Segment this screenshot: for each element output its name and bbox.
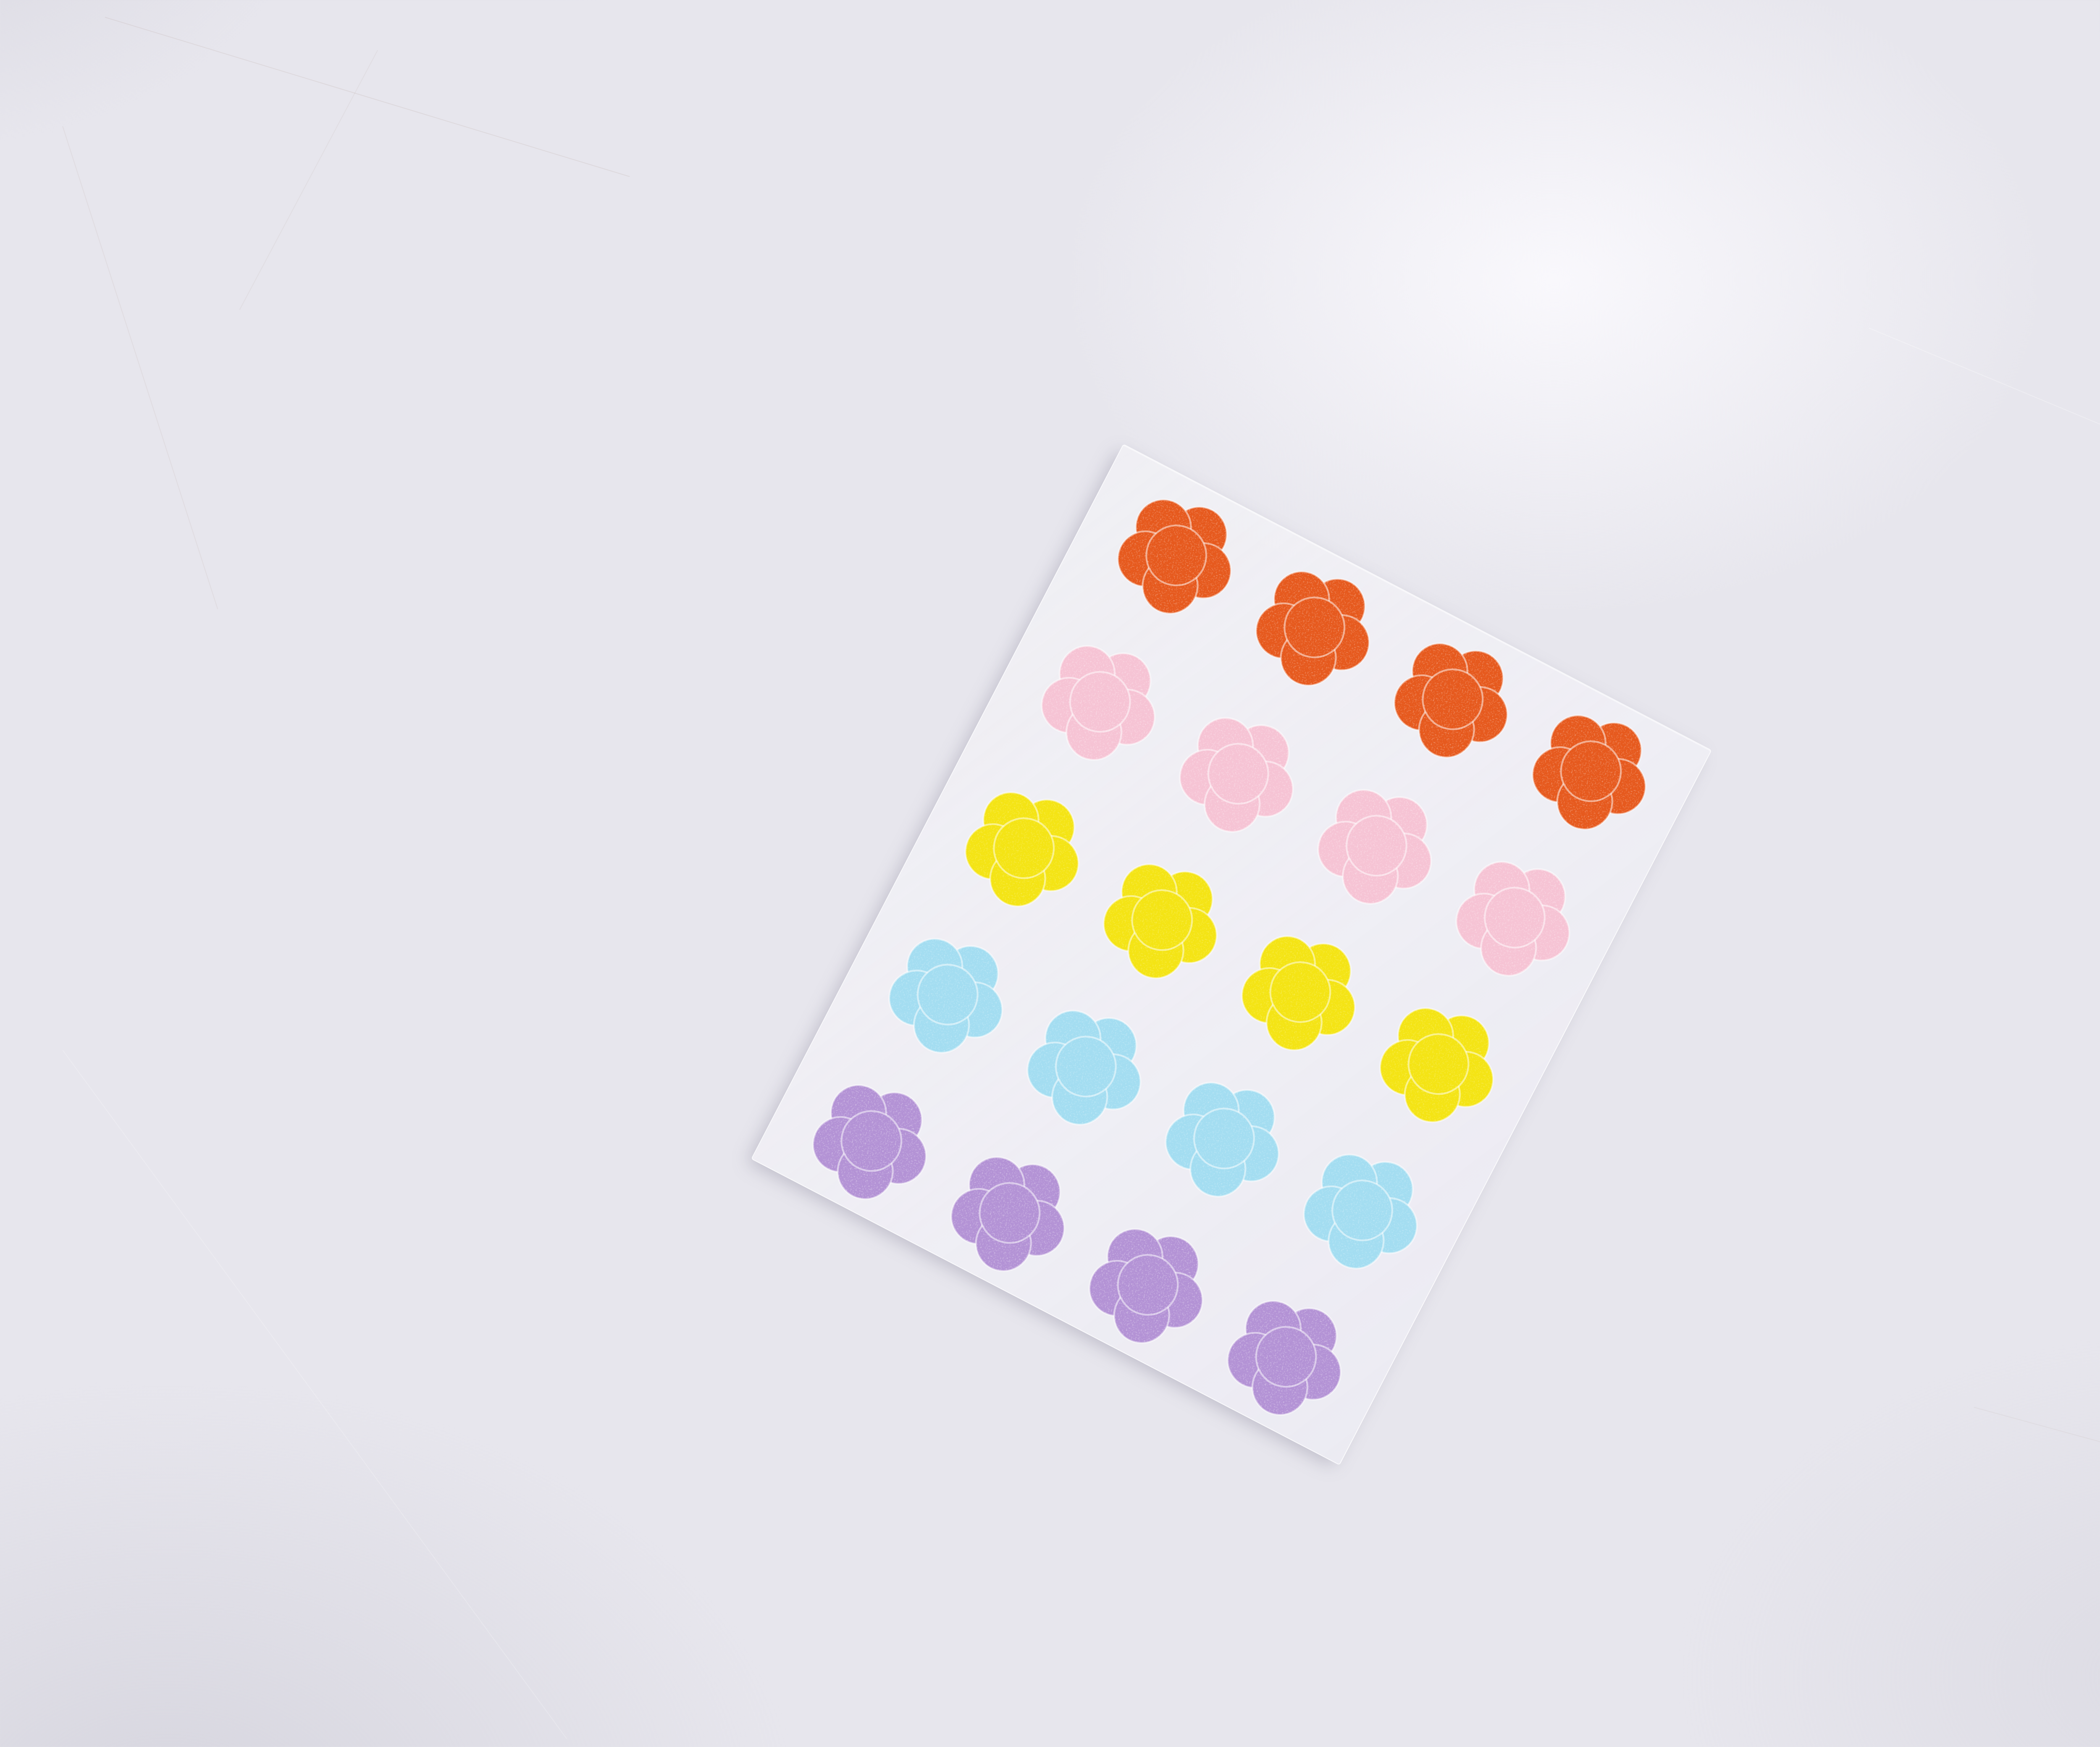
- sticker-flower-r2c1: [1020, 619, 1181, 781]
- sticker-flower-r5c1: [791, 1059, 952, 1220]
- sticker-flower-r2c4: [1434, 835, 1596, 997]
- surface-scratch: [239, 50, 378, 310]
- sticker-flower-r1c3: [1373, 617, 1534, 778]
- sticker-flower-r4c1: [867, 912, 1029, 1073]
- surface-scratch: [105, 17, 630, 177]
- sticker-flower-r4c4: [1282, 1128, 1443, 1289]
- sticker-flower-r3c2: [1081, 838, 1243, 999]
- sticker-flower-r4c3: [1144, 1056, 1305, 1217]
- sticker-flower-r1c1: [1096, 473, 1257, 634]
- sticker-flower-r3c4: [1358, 981, 1520, 1143]
- surface-scratch: [62, 126, 218, 609]
- sticker-flower-r5c4: [1206, 1275, 1367, 1436]
- surface-scratch: [1974, 1407, 2100, 1580]
- sticker-sheet: [751, 444, 1712, 1466]
- sticker-flower-r1c2: [1234, 545, 1395, 706]
- sticker-flower-r5c2: [929, 1131, 1091, 1292]
- photo-canvas: { "scene": { "type": "overhead photograp…: [0, 0, 2100, 1747]
- sticker-flower-r3c1: [943, 766, 1105, 927]
- sticker-flower-r1c4: [1511, 689, 1672, 850]
- sticker-flower-r3c3: [1220, 910, 1381, 1071]
- sticker-flower-r2c2: [1158, 691, 1319, 853]
- sticker-flower-r4c2: [1005, 984, 1167, 1145]
- sticker-grid: [752, 445, 1711, 1464]
- surface-scratch: [62, 1050, 567, 1739]
- sticker-flower-r2c3: [1296, 763, 1457, 924]
- sticker-flower-r5c3: [1068, 1202, 1229, 1364]
- surface-scratch: [1869, 328, 2100, 640]
